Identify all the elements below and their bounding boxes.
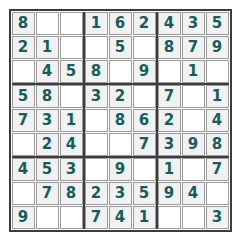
sudoku-box-7: 453789 <box>12 158 83 229</box>
cell-r3c2[interactable]: 4 <box>36 60 59 83</box>
given-digit: 7 <box>42 186 52 201</box>
given-digit: 1 <box>139 210 149 225</box>
given-digit: 5 <box>115 40 125 55</box>
cell-r5c4[interactable] <box>85 109 108 132</box>
cell-r6c6[interactable]: 7 <box>133 133 156 156</box>
given-digit: 4 <box>66 137 76 152</box>
cell-r7c3[interactable]: 3 <box>60 158 83 181</box>
cell-r8c4[interactable]: 2 <box>85 182 108 205</box>
given-digit: 1 <box>188 64 198 79</box>
cell-r2c9[interactable]: 9 <box>206 36 229 59</box>
cell-r3c4[interactable]: 8 <box>85 60 108 83</box>
given-digit: 5 <box>18 89 28 104</box>
cell-r6c4[interactable] <box>85 133 108 156</box>
cell-r6c9[interactable]: 8 <box>206 133 229 156</box>
given-digit: 6 <box>115 16 125 31</box>
given-digit: 3 <box>164 137 174 152</box>
cell-r9c7[interactable] <box>158 206 181 229</box>
sudoku-box-8: 9235741 <box>85 158 156 229</box>
given-digit: 2 <box>42 137 52 152</box>
cell-r3c6[interactable]: 9 <box>133 60 156 83</box>
given-digit: 2 <box>164 113 174 128</box>
cell-r7c9[interactable]: 7 <box>206 158 229 181</box>
given-digit: 2 <box>139 16 149 31</box>
given-digit: 7 <box>188 40 198 55</box>
given-digit: 3 <box>212 210 222 225</box>
cell-r1c5[interactable]: 6 <box>109 12 132 35</box>
cell-r4c8[interactable] <box>182 85 205 108</box>
cell-r2c6[interactable] <box>133 36 156 59</box>
cell-r5c1[interactable]: 7 <box>12 109 35 132</box>
given-digit: 1 <box>164 162 174 177</box>
sudoku-box-1: 82145 <box>12 12 83 83</box>
cell-r1c6[interactable]: 2 <box>133 12 156 35</box>
cell-r4c9[interactable]: 1 <box>206 85 229 108</box>
cell-r5c9[interactable]: 4 <box>206 109 229 132</box>
given-digit: 9 <box>188 137 198 152</box>
given-digit: 7 <box>212 162 222 177</box>
sudoku-box-5: 32867 <box>85 85 156 156</box>
given-digit: 9 <box>18 210 28 225</box>
cell-r4c5[interactable]: 2 <box>109 85 132 108</box>
cell-r9c6[interactable]: 1 <box>133 206 156 229</box>
cell-r1c9[interactable]: 5 <box>206 12 229 35</box>
given-digit: 3 <box>115 186 125 201</box>
cell-r4c4[interactable]: 3 <box>85 85 108 108</box>
given-digit: 8 <box>66 186 76 201</box>
cell-r1c7[interactable]: 4 <box>158 12 181 35</box>
cell-r6c8[interactable]: 9 <box>182 133 205 156</box>
cell-r7c5[interactable]: 9 <box>109 158 132 181</box>
given-digit: 3 <box>91 89 101 104</box>
given-digit: 2 <box>115 89 125 104</box>
cell-r8c3[interactable]: 8 <box>60 182 83 205</box>
cell-r9c5[interactable]: 4 <box>109 206 132 229</box>
cell-r8c6[interactable]: 5 <box>133 182 156 205</box>
cell-r7c1[interactable]: 4 <box>12 158 35 181</box>
cell-r7c8[interactable] <box>182 158 205 181</box>
cell-r6c7[interactable]: 3 <box>158 133 181 156</box>
cell-r2c1[interactable]: 2 <box>12 36 35 59</box>
given-digit: 3 <box>42 113 52 128</box>
cell-r9c3[interactable] <box>60 206 83 229</box>
cell-r7c2[interactable]: 5 <box>36 158 59 181</box>
given-digit: 8 <box>91 64 101 79</box>
given-digit: 4 <box>115 210 125 225</box>
given-digit: 6 <box>139 113 149 128</box>
cell-r5c7[interactable]: 2 <box>158 109 181 132</box>
given-digit: 8 <box>18 16 28 31</box>
cell-r1c4[interactable]: 1 <box>85 12 108 35</box>
cell-r2c7[interactable]: 8 <box>158 36 181 59</box>
cell-r2c4[interactable] <box>85 36 108 59</box>
cell-r3c1[interactable] <box>12 60 35 83</box>
given-digit: 8 <box>115 113 125 128</box>
cell-r9c9[interactable]: 3 <box>206 206 229 229</box>
given-digit: 8 <box>164 40 174 55</box>
given-digit: 5 <box>212 16 222 31</box>
cell-r6c5[interactable] <box>109 133 132 156</box>
given-digit: 9 <box>164 186 174 201</box>
cell-r7c6[interactable] <box>133 158 156 181</box>
cell-r3c7[interactable] <box>158 60 181 83</box>
given-digit: 7 <box>164 89 174 104</box>
cell-r6c2[interactable]: 2 <box>36 133 59 156</box>
sudoku-box-2: 162589 <box>85 12 156 83</box>
sudoku-box-4: 5873124 <box>12 85 83 156</box>
given-digit: 1 <box>91 16 101 31</box>
cell-r3c3[interactable]: 5 <box>60 60 83 83</box>
cell-r3c9[interactable] <box>206 60 229 83</box>
cell-r4c2[interactable]: 8 <box>36 85 59 108</box>
cell-r4c7[interactable]: 7 <box>158 85 181 108</box>
cell-r1c8[interactable]: 3 <box>182 12 205 35</box>
given-digit: 7 <box>18 113 28 128</box>
given-digit: 1 <box>212 89 222 104</box>
given-digit: 9 <box>115 162 125 177</box>
cell-r1c2[interactable] <box>36 12 59 35</box>
given-digit: 5 <box>139 186 149 201</box>
cell-r5c3[interactable]: 1 <box>60 109 83 132</box>
cell-r7c4[interactable] <box>85 158 108 181</box>
cell-r2c8[interactable]: 7 <box>182 36 205 59</box>
given-digit: 5 <box>66 64 76 79</box>
cell-r1c1[interactable]: 8 <box>12 12 35 35</box>
cell-r9c8[interactable] <box>182 206 205 229</box>
cell-r9c1[interactable]: 9 <box>12 206 35 229</box>
cell-r4c1[interactable]: 5 <box>12 85 35 108</box>
cell-r5c5[interactable]: 8 <box>109 109 132 132</box>
given-digit: 5 <box>42 162 52 177</box>
given-digit: 1 <box>42 40 52 55</box>
cell-r8c9[interactable] <box>206 182 229 205</box>
given-digit: 9 <box>139 64 149 79</box>
sudoku-board: 8214516258943587915873124328677124398453… <box>9 9 232 232</box>
given-digit: 1 <box>66 113 76 128</box>
given-digit: 4 <box>212 113 222 128</box>
cell-r1c3[interactable] <box>60 12 83 35</box>
cell-r5c6[interactable]: 6 <box>133 109 156 132</box>
cell-r9c4[interactable]: 7 <box>85 206 108 229</box>
given-digit: 4 <box>188 186 198 201</box>
sudoku-box-9: 17943 <box>158 158 229 229</box>
cell-r4c3[interactable] <box>60 85 83 108</box>
cell-r6c1[interactable] <box>12 133 35 156</box>
given-digit: 2 <box>18 40 28 55</box>
cell-r3c5[interactable] <box>109 60 132 83</box>
cell-r6c3[interactable]: 4 <box>60 133 83 156</box>
cell-r8c8[interactable]: 4 <box>182 182 205 205</box>
sudoku-box-3: 4358791 <box>158 12 229 83</box>
sudoku-box-6: 7124398 <box>158 85 229 156</box>
given-digit: 7 <box>91 210 101 225</box>
cell-r2c3[interactable] <box>60 36 83 59</box>
cell-r8c1[interactable] <box>12 182 35 205</box>
given-digit: 8 <box>42 89 52 104</box>
cell-r8c5[interactable]: 3 <box>109 182 132 205</box>
cell-r4c6[interactable] <box>133 85 156 108</box>
cell-r2c5[interactable]: 5 <box>109 36 132 59</box>
cell-r2c2[interactable]: 1 <box>36 36 59 59</box>
cell-r7c7[interactable]: 1 <box>158 158 181 181</box>
given-digit: 7 <box>139 137 149 152</box>
given-digit: 3 <box>66 162 76 177</box>
given-digit: 4 <box>18 162 28 177</box>
cell-r5c8[interactable] <box>182 109 205 132</box>
given-digit: 4 <box>164 16 174 31</box>
cell-r5c2[interactable]: 3 <box>36 109 59 132</box>
page: 8214516258943587915873124328677124398453… <box>0 0 240 240</box>
given-digit: 2 <box>91 186 101 201</box>
given-digit: 9 <box>212 40 222 55</box>
sudoku-boxes-grid: 8214516258943587915873124328677124398453… <box>12 12 229 229</box>
given-digit: 4 <box>42 64 52 79</box>
cell-r3c8[interactable]: 1 <box>182 60 205 83</box>
given-digit: 3 <box>188 16 198 31</box>
cell-r8c7[interactable]: 9 <box>158 182 181 205</box>
given-digit: 8 <box>212 137 222 152</box>
cell-r8c2[interactable]: 7 <box>36 182 59 205</box>
cell-r9c2[interactable] <box>36 206 59 229</box>
